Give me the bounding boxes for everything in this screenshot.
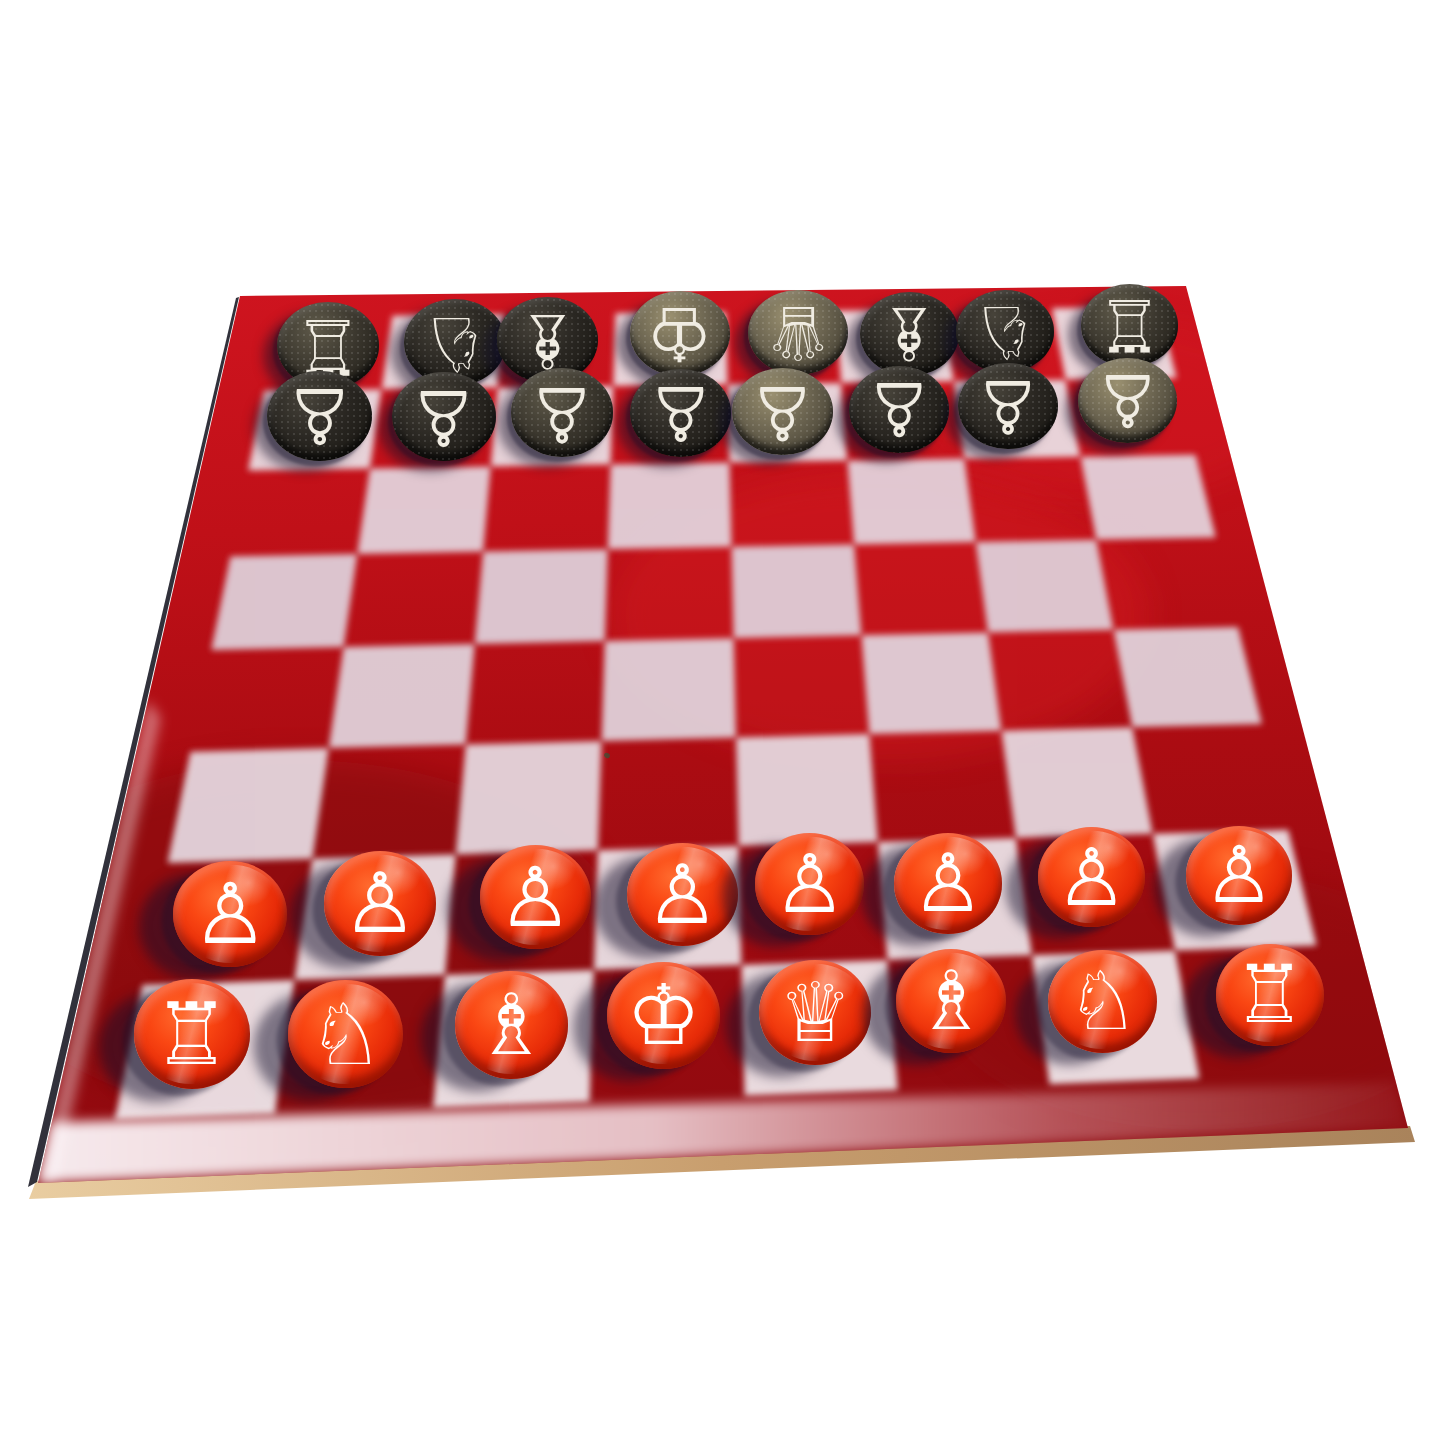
queen-engraving-icon: ♕ (765, 295, 831, 369)
piece-black-pawn-d7[interactable]: ♙ (630, 369, 732, 457)
piece-red-knight-b1[interactable]: ♘ (288, 980, 403, 1089)
queen-engraving-icon: ♕ (778, 971, 852, 1054)
piece-black-pawn-c7[interactable]: ♙ (511, 368, 614, 457)
piece-black-rook-h8[interactable]: ♖ (1081, 284, 1179, 367)
knight-engraving-icon: ♘ (972, 295, 1037, 368)
knight-engraving-icon: ♘ (308, 992, 384, 1077)
pawn-engraving-icon: ♙ (646, 854, 719, 936)
piece-red-queen-e1[interactable]: ♕ (759, 960, 871, 1065)
piece-black-pawn-b7[interactable]: ♙ (392, 372, 496, 461)
piece-red-bishop-c1[interactable]: ♗ (455, 971, 569, 1079)
rook-engraving-icon: ♖ (153, 991, 230, 1077)
pawn-engraving-icon: ♙ (749, 374, 816, 449)
knight-engraving-icon: ♘ (1066, 961, 1139, 1042)
pawn-engraving-icon: ♙ (192, 872, 267, 956)
bishop-engraving-icon: ♗ (876, 297, 942, 370)
pawn-engraving-icon: ♙ (285, 377, 354, 454)
piece-red-pawn-e2[interactable]: ♙ (755, 833, 864, 935)
pawn-engraving-icon: ♙ (409, 378, 478, 455)
pawn-engraving-icon: ♙ (773, 844, 846, 925)
chessboard-photo: ♖♘♗♔♕♗♘♖♙♙♙♙♙♙♙♙♙♙♙♙♙♙♙♙♖♘♗♔♕♗♘♖ (0, 0, 1445, 1445)
king-engraving-icon: ♔ (646, 296, 713, 370)
piece-red-knight-g1[interactable]: ♘ (1048, 950, 1157, 1053)
rook-engraving-icon: ♖ (1234, 955, 1306, 1035)
piece-black-pawn-h7[interactable]: ♙ (1078, 358, 1177, 443)
piece-red-pawn-g2[interactable]: ♙ (1038, 827, 1145, 927)
bishop-engraving-icon: ♗ (474, 983, 550, 1067)
pawn-engraving-icon: ♙ (1095, 364, 1160, 437)
bishop-engraving-icon: ♗ (514, 303, 581, 378)
bishop-engraving-icon: ♗ (914, 960, 987, 1042)
knight-engraving-icon: ♘ (421, 305, 489, 381)
rook-engraving-icon: ♖ (1097, 289, 1162, 361)
piece-red-pawn-a2[interactable]: ♙ (173, 861, 287, 967)
piece-red-rook-a1[interactable]: ♖ (134, 979, 250, 1089)
pawn-engraving-icon: ♙ (647, 375, 715, 450)
pawn-engraving-icon: ♙ (1204, 836, 1274, 915)
pawn-engraving-icon: ♙ (528, 375, 596, 451)
piece-black-queen-e8[interactable]: ♕ (748, 290, 848, 375)
pawn-engraving-icon: ♙ (343, 862, 418, 945)
piece-red-pawn-c2[interactable]: ♙ (480, 845, 592, 949)
pieces-layer: ♖♘♗♔♕♗♘♖♙♙♙♙♙♙♙♙♙♙♙♙♙♙♙♙♖♘♗♔♕♗♘♖ (0, 0, 1445, 1445)
piece-black-pawn-g7[interactable]: ♙ (958, 363, 1057, 449)
piece-red-king-d1[interactable]: ♔ (607, 962, 720, 1069)
piece-red-bishop-f1[interactable]: ♗ (896, 949, 1006, 1053)
pawn-engraving-icon: ♙ (498, 856, 572, 939)
piece-red-pawn-f2[interactable]: ♙ (894, 833, 1002, 934)
piece-red-pawn-b2[interactable]: ♙ (324, 851, 437, 956)
piece-red-pawn-h2[interactable]: ♙ (1186, 826, 1292, 925)
piece-black-bishop-f8[interactable]: ♗ (860, 292, 959, 376)
king-engraving-icon: ♔ (626, 974, 701, 1057)
piece-black-knight-g8[interactable]: ♘ (956, 290, 1054, 374)
pawn-engraving-icon: ♙ (912, 844, 984, 924)
piece-black-king-d8[interactable]: ♔ (630, 291, 731, 376)
piece-black-pawn-e7[interactable]: ♙ (732, 368, 833, 455)
pawn-engraving-icon: ♙ (975, 369, 1041, 443)
pawn-engraving-icon: ♙ (1056, 838, 1127, 917)
piece-red-pawn-d2[interactable]: ♙ (627, 843, 738, 946)
piece-red-rook-h1[interactable]: ♖ (1216, 944, 1324, 1046)
pawn-engraving-icon: ♙ (866, 372, 933, 446)
piece-black-pawn-a7[interactable]: ♙ (267, 371, 371, 461)
piece-black-pawn-f7[interactable]: ♙ (849, 366, 949, 453)
